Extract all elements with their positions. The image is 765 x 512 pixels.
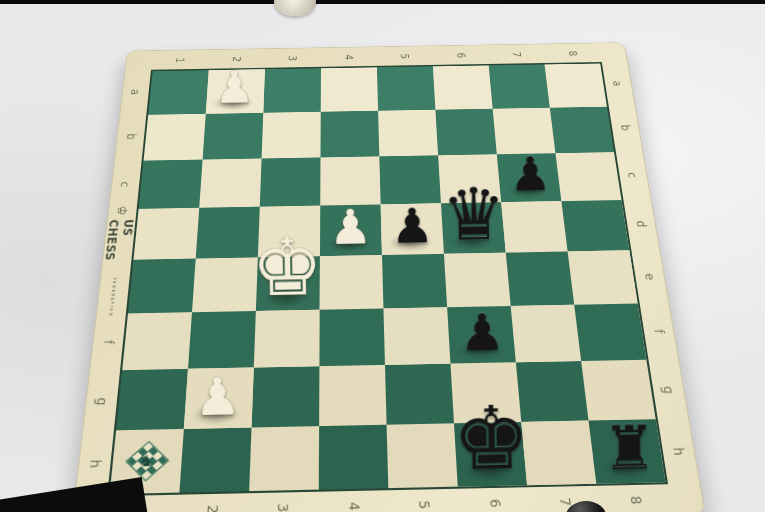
rank-label-top-1: 1 xyxy=(174,57,186,63)
square-e5 xyxy=(382,254,447,309)
square-f3 xyxy=(254,310,320,368)
square-g4 xyxy=(319,365,386,426)
square-e6 xyxy=(444,253,511,308)
square-a3 xyxy=(263,68,321,112)
rank-label-bottom-3: 3 xyxy=(275,503,290,512)
square-d4: ♟ xyxy=(320,204,382,256)
square-b4 xyxy=(320,111,379,158)
square-f4 xyxy=(319,308,385,366)
file-label-right-g: g xyxy=(661,386,676,394)
square-e3: ♚ xyxy=(256,256,320,311)
diamond-checker: ♞ xyxy=(125,441,169,482)
rank-label-top-cell: 7 xyxy=(488,44,546,64)
chess-board: 12345678 12345678 abcfgh abcdefgh ♟♟♟♟♛♚… xyxy=(71,42,706,512)
square-c2 xyxy=(199,158,261,207)
rank-label-top-cell: 3 xyxy=(264,48,321,68)
square-h7 xyxy=(521,421,596,486)
file-label-left-f: f xyxy=(101,340,115,344)
square-b5 xyxy=(378,110,438,157)
piece-shadow xyxy=(189,403,243,426)
square-f1 xyxy=(122,312,192,370)
rank-label-top-cell: 5 xyxy=(376,46,433,66)
rank-label-top-2: 2 xyxy=(230,56,242,62)
square-f6: ♟ xyxy=(447,306,516,364)
square-d6: ♛ xyxy=(441,202,506,254)
square-b8 xyxy=(550,107,614,153)
piece-shadow xyxy=(448,232,497,251)
square-h6: ♚ xyxy=(454,422,527,487)
piece-shadow xyxy=(504,181,553,199)
rank-label-top-8: 8 xyxy=(566,50,578,56)
square-c3 xyxy=(260,157,321,206)
piece-shadow xyxy=(599,456,656,480)
rank-label-top-cell: 4 xyxy=(321,47,377,67)
playing-area: ♟♟♟♟♛♚♟♟♞♚♜ xyxy=(107,62,668,496)
rank-label-bottom-7: 7 xyxy=(557,497,573,506)
rank-label-bottom-2: 2 xyxy=(204,504,219,512)
square-d7 xyxy=(501,201,567,253)
file-label-right-d: d xyxy=(634,221,648,228)
rank-label-bottom-cell: 3 xyxy=(247,492,318,512)
rank-label-top-6: 6 xyxy=(455,52,467,58)
rank-label-bottom-8: 8 xyxy=(627,495,643,504)
piece-shadow xyxy=(211,95,256,112)
square-a7 xyxy=(489,64,550,108)
square-c1 xyxy=(139,160,203,209)
rank-label-bottom-cell: 5 xyxy=(388,489,460,512)
square-e4 xyxy=(320,255,384,310)
square-e2 xyxy=(192,257,258,312)
piece-shadow xyxy=(386,233,435,252)
rank-label-top-cell: 2 xyxy=(208,49,265,69)
file-label-right-c: c xyxy=(626,172,639,178)
file-label-left-g: g xyxy=(94,397,109,405)
rank-label-bottom-4: 4 xyxy=(346,501,361,510)
rank-label-top-4: 4 xyxy=(343,54,355,60)
square-a2: ♟ xyxy=(206,69,265,114)
square-h5 xyxy=(387,423,458,488)
file-label-left-b: b xyxy=(124,134,137,140)
rank-label-bottom-cell: 2 xyxy=(175,493,247,512)
square-e8 xyxy=(568,250,638,304)
file-label-right-a: a xyxy=(612,80,625,86)
piece-shadow xyxy=(454,339,506,361)
piece-shadow xyxy=(325,234,373,253)
rank-label-bottom-5: 5 xyxy=(417,500,432,509)
rank-label-bottom-cell: 8 xyxy=(598,484,672,512)
square-b7 xyxy=(493,108,556,155)
square-h8: ♜ xyxy=(589,419,666,484)
rank-label-bottom-6: 6 xyxy=(487,498,502,507)
square-g5 xyxy=(385,364,454,425)
square-h3 xyxy=(249,426,319,491)
square-d1 xyxy=(133,208,199,260)
photo-of-chess-board: 12345678 12345678 abcfgh abcdefgh ♟♟♟♟♛♚… xyxy=(0,0,765,512)
square-d5: ♟ xyxy=(381,203,444,255)
square-a8 xyxy=(544,64,606,108)
square-e1 xyxy=(128,259,196,314)
square-c6 xyxy=(438,154,501,203)
square-a4 xyxy=(321,67,378,111)
square-g7 xyxy=(516,361,589,422)
black-rook-h8: ♜ xyxy=(602,419,657,477)
file-label-right-f: f xyxy=(652,329,666,333)
black-pawn-d5: ♟ xyxy=(390,204,434,250)
square-c5 xyxy=(379,155,441,204)
square-b3 xyxy=(262,112,321,159)
file-label-right-cell: d xyxy=(623,199,659,250)
square-d2 xyxy=(196,207,260,259)
square-c8 xyxy=(555,152,621,201)
square-g6 xyxy=(450,362,521,423)
square-g2: ♟ xyxy=(184,368,254,429)
square-h2 xyxy=(179,427,251,492)
square-e7 xyxy=(506,251,574,305)
piece-shadow xyxy=(462,459,517,483)
file-label-right-b: b xyxy=(619,125,632,131)
square-f7 xyxy=(511,305,581,363)
square-f2 xyxy=(188,311,256,369)
square-d3 xyxy=(258,206,320,258)
file-label-left-a: a xyxy=(130,89,143,95)
square-f8 xyxy=(574,303,646,361)
file-label-right-e: e xyxy=(642,273,656,280)
rank-label-top-cell: 1 xyxy=(151,50,209,70)
square-d8 xyxy=(561,200,629,252)
square-g3 xyxy=(252,366,320,427)
square-a6 xyxy=(433,65,493,109)
rank-label-top-7: 7 xyxy=(510,51,522,57)
square-g1 xyxy=(116,369,188,430)
knight-icon: ♞ xyxy=(139,453,155,469)
rank-label-bottom-cell: 6 xyxy=(458,487,531,512)
rank-label-top-3: 3 xyxy=(287,55,299,61)
square-a1 xyxy=(148,70,209,115)
square-b2 xyxy=(203,113,264,160)
square-c7: ♟ xyxy=(497,153,562,202)
piece-shadow xyxy=(261,288,311,309)
square-g8 xyxy=(581,360,656,421)
file-label-left-c: c xyxy=(119,181,132,187)
rank-label-bottom-cell: 4 xyxy=(318,490,389,512)
square-a5 xyxy=(377,66,435,110)
board-wrapper: 12345678 12345678 abcfgh abcdefgh ♟♟♟♟♛♚… xyxy=(14,0,750,512)
rank-label-top-cell: 8 xyxy=(543,43,601,63)
file-label-left-h: h xyxy=(87,459,102,468)
file-label-right-h: h xyxy=(671,447,687,456)
rank-label-top-5: 5 xyxy=(399,53,411,59)
rank-label-top-cell: 6 xyxy=(432,45,489,65)
square-h4 xyxy=(319,425,389,490)
square-b1 xyxy=(144,114,206,161)
square-c4 xyxy=(320,156,380,205)
square-b6 xyxy=(435,109,496,156)
square-f5 xyxy=(383,307,450,365)
